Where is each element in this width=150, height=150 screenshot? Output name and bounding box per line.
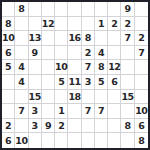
clue-number: 3 [32,106,38,116]
clue-number: 8 [18,4,24,14]
cell-r10c3[interactable] [29,133,42,148]
cell-r4c9[interactable] [108,46,121,61]
cell-r9c3[interactable]: 3 [29,119,42,134]
clue-number: 4 [18,77,24,87]
cell-r4c8[interactable]: 4 [95,46,108,61]
puzzle-board: 8981212210131687269247541078124511356151… [0,0,150,150]
cell-r6c2[interactable]: 4 [15,75,28,90]
clue-number: 2 [58,121,64,131]
cell-r2c4[interactable]: 12 [42,17,55,32]
clue-number: 7 [125,33,131,43]
cell-r7c1[interactable] [2,90,15,105]
cell-r10c2[interactable]: 10 [15,133,28,148]
cell-r2c9[interactable]: 2 [108,17,121,32]
clue-number: 8 [85,33,91,43]
clue-number: 10 [15,136,27,146]
clue-number: 1 [58,106,64,116]
cell-r4c10[interactable] [121,46,134,61]
clue-number: 7 [85,62,91,72]
clue-number: 10 [2,33,14,43]
cell-r6c5[interactable]: 5 [55,75,68,90]
cell-r5c11[interactable] [135,60,148,75]
cell-r6c9[interactable]: 6 [108,75,121,90]
clue-number: 2 [111,19,117,29]
cell-r4c4[interactable] [42,46,55,61]
clue-number: 1 [98,19,104,29]
cell-r6c8[interactable]: 5 [95,75,108,90]
clue-number: 11 [68,77,80,87]
clue-number: 15 [121,92,133,102]
cell-r3c5[interactable] [55,31,68,46]
cell-r9c1[interactable]: 2 [2,119,15,134]
cell-r9c7[interactable] [82,119,95,134]
cell-r7c6[interactable]: 18 [68,90,81,105]
cell-r2c7[interactable] [82,17,95,32]
cell-r6c6[interactable]: 11 [68,75,81,90]
cell-r5c2[interactable]: 4 [15,60,28,75]
cell-r9c8[interactable] [95,119,108,134]
clue-number: 18 [68,92,80,102]
cell-r10c9[interactable] [108,133,121,148]
clue-number: 5 [58,77,64,87]
cell-r8c11[interactable]: 10 [135,104,148,119]
cell-r4c2[interactable] [15,46,28,61]
clue-number: 9 [45,121,51,131]
cell-r10c10[interactable] [121,133,134,148]
clue-number: 10 [55,62,67,72]
clue-number: 12 [42,19,54,29]
cell-r3c2[interactable] [15,31,28,46]
cell-r1c8[interactable] [95,2,108,17]
cell-r7c9[interactable] [108,90,121,105]
cell-r1c7[interactable] [82,2,95,17]
cell-r5c10[interactable] [121,60,134,75]
cell-r7c5[interactable] [55,90,68,105]
cell-r5c8[interactable]: 8 [95,60,108,75]
clue-number: 15 [29,92,41,102]
cell-r5c5[interactable]: 10 [55,60,68,75]
cell-r9c9[interactable] [108,119,121,134]
clue-number: 6 [5,136,11,146]
cell-r4c3[interactable]: 9 [29,46,42,61]
clue-number: 12 [108,62,120,72]
cell-r1c10[interactable]: 9 [121,2,134,17]
cell-r10c11[interactable]: 8 [135,133,148,148]
clue-number: 2 [138,33,144,43]
cell-r6c3[interactable] [29,75,42,90]
cell-r7c4[interactable] [42,90,55,105]
cell-r1c11[interactable] [135,2,148,17]
cell-r8c8[interactable]: 7 [95,104,108,119]
cell-r6c10[interactable] [121,75,134,90]
cell-r4c5[interactable] [55,46,68,61]
clue-number: 2 [85,48,91,58]
cell-r9c11[interactable]: 6 [135,119,148,134]
cell-r2c5[interactable] [55,17,68,32]
cell-r7c10[interactable]: 15 [121,90,134,105]
cell-r3c8[interactable] [95,31,108,46]
cell-r6c1[interactable] [2,75,15,90]
cell-r2c6[interactable] [68,17,81,32]
clue-number: 9 [32,48,38,58]
cell-r8c1[interactable] [2,104,15,119]
cell-r8c2[interactable]: 7 [15,104,28,119]
clue-number: 3 [32,121,38,131]
clue-number: 16 [68,33,80,43]
clue-number: 8 [5,19,11,29]
cell-r7c8[interactable] [95,90,108,105]
cell-r8c9[interactable] [108,104,121,119]
cell-r10c5[interactable] [55,133,68,148]
cell-r1c3[interactable] [29,2,42,17]
cell-r8c10[interactable] [121,104,134,119]
cell-r8c5[interactable]: 1 [55,104,68,119]
cell-r3c6[interactable]: 16 [68,31,81,46]
cell-r1c2[interactable]: 8 [15,2,28,17]
cell-r2c3[interactable] [29,17,42,32]
cell-r9c2[interactable] [15,119,28,134]
cell-r2c1[interactable]: 8 [2,17,15,32]
cell-r7c2[interactable] [15,90,28,105]
cell-r9c6[interactable] [68,119,81,134]
cell-r4c1[interactable]: 6 [2,46,15,61]
clue-number: 3 [85,77,91,87]
cell-r7c11[interactable] [135,90,148,105]
cell-r6c4[interactable] [42,75,55,90]
clue-number: 8 [138,136,144,146]
cell-r3c11[interactable]: 2 [135,31,148,46]
clue-number: 13 [29,33,41,43]
cell-r4c7[interactable]: 2 [82,46,95,61]
clue-number: 7 [85,106,91,116]
clue-number: 8 [125,121,131,131]
cell-r1c1[interactable] [2,2,15,17]
cell-r2c10[interactable]: 2 [121,17,134,32]
cell-r1c5[interactable] [55,2,68,17]
cell-r8c7[interactable]: 7 [82,104,95,119]
cell-r4c6[interactable] [68,46,81,61]
cell-r2c11[interactable] [135,17,148,32]
cell-r8c4[interactable] [42,104,55,119]
cell-r1c4[interactable] [42,2,55,17]
cell-r10c6[interactable] [68,133,81,148]
cell-r3c9[interactable] [108,31,121,46]
clue-number: 5 [98,77,104,87]
cell-r7c7[interactable] [82,90,95,105]
clue-number: 7 [18,106,24,116]
clue-number: 7 [98,106,104,116]
clue-number: 4 [18,62,24,72]
cell-r2c2[interactable] [15,17,28,32]
cell-r5c3[interactable] [29,60,42,75]
cell-r1c6[interactable] [68,2,81,17]
clue-number: 4 [98,48,104,58]
cell-r3c4[interactable] [42,31,55,46]
cell-r3c10[interactable]: 7 [121,31,134,46]
cell-r6c7[interactable]: 3 [82,75,95,90]
clue-number: 6 [5,48,11,58]
cell-r8c6[interactable] [68,104,81,119]
cell-r3c1[interactable]: 10 [2,31,15,46]
clue-number: 6 [138,121,144,131]
cell-r10c7[interactable] [82,133,95,148]
cell-r10c4[interactable] [42,133,55,148]
cell-r7c3[interactable]: 15 [29,90,42,105]
cell-r9c5[interactable]: 2 [55,119,68,134]
clue-number: 2 [5,121,11,131]
cell-r3c7[interactable]: 8 [82,31,95,46]
clue-number: 8 [98,62,104,72]
clue-number: 5 [5,62,11,72]
cell-r5c4[interactable] [42,60,55,75]
clue-number: 10 [135,106,147,116]
cell-r6c11[interactable] [135,75,148,90]
cell-r5c6[interactable] [68,60,81,75]
clue-number: 6 [111,77,117,87]
cell-r9c10[interactable]: 8 [121,119,134,134]
cell-r1c9[interactable] [108,2,121,17]
cell-r10c8[interactable] [95,133,108,148]
cell-r5c7[interactable]: 7 [82,60,95,75]
cell-r3c3[interactable]: 13 [29,31,42,46]
cell-r5c1[interactable]: 5 [2,60,15,75]
clue-number: 7 [138,48,144,58]
cell-r2c8[interactable]: 1 [95,17,108,32]
clue-number: 9 [125,4,131,14]
clue-number: 2 [125,19,131,29]
cell-r9c4[interactable]: 9 [42,119,55,134]
cell-r8c3[interactable]: 3 [29,104,42,119]
cell-r10c1[interactable]: 6 [2,133,15,148]
cell-r4c11[interactable]: 7 [135,46,148,61]
cell-r5c9[interactable]: 12 [108,60,121,75]
